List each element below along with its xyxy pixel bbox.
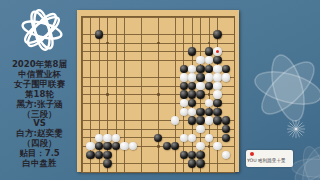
black-stone: [103, 151, 111, 159]
black-stone: [222, 125, 230, 133]
black-stone: [180, 65, 188, 73]
black-stone: [196, 108, 204, 116]
black-stone: [213, 56, 221, 64]
black-stone: [196, 90, 204, 98]
white-stone: [180, 99, 188, 107]
black-stone: [188, 159, 196, 167]
white-stone: [188, 65, 196, 73]
watermark-text: YOU 哈利路亚十景: [247, 157, 289, 163]
white-stone: [86, 142, 94, 150]
black-stone: [205, 108, 213, 116]
black-stone: [154, 134, 162, 142]
black-stone: [213, 99, 221, 107]
go-board-grid[interactable]: [81, 16, 235, 173]
black-stone: [103, 159, 111, 167]
star-point: [106, 93, 109, 96]
black-stone: [213, 116, 221, 124]
go-board[interactable]: [77, 10, 239, 172]
black-stone: [205, 82, 213, 90]
star-point: [208, 42, 211, 45]
match-info: 2020年第8届 中信置业杯 女子围甲联赛 第18轮 黑方:张子涵 （三段） V…: [0, 60, 79, 169]
black-stone: [112, 142, 120, 150]
white-stone: [205, 56, 213, 64]
white-stone: [129, 142, 137, 150]
white-stone: [213, 47, 221, 55]
white-stone: [112, 134, 120, 142]
black-stone: [188, 82, 196, 90]
last-move-marker: [216, 50, 219, 53]
red-dot-logo-icon: [250, 152, 254, 156]
black-stone: [188, 151, 196, 159]
white-stone: [180, 108, 188, 116]
black-stone: [180, 90, 188, 98]
star-point: [157, 42, 160, 45]
white-stone: [196, 142, 204, 150]
info-panel: 2020年第8届 中信置业杯 女子围甲联赛 第18轮 黑方:张子涵 （三段） V…: [0, 0, 78, 180]
star-point: [157, 93, 160, 96]
black-stone: [163, 142, 171, 150]
black-stone: [196, 73, 204, 81]
black-stone: [222, 65, 230, 73]
black-stone: [188, 90, 196, 98]
black-stone: [188, 99, 196, 107]
black-stone: [213, 30, 221, 38]
white-stone: [188, 108, 196, 116]
black-stone: [188, 116, 196, 124]
white-stone: [103, 134, 111, 142]
black-stone: [103, 142, 111, 150]
white-stone: [213, 65, 221, 73]
black-stone: [196, 151, 204, 159]
star-point: [106, 42, 109, 45]
black-stone: [205, 65, 213, 73]
white-stone: [213, 90, 221, 98]
white-stone: [196, 82, 204, 90]
white-stone: [171, 116, 179, 124]
white-stone: [213, 82, 221, 90]
black-stone: [95, 151, 103, 159]
white-stone: [120, 142, 128, 150]
black-stone: [222, 134, 230, 142]
black-stone: [95, 142, 103, 150]
video-frame: 2020年第8届 中信置业杯 女子围甲联赛 第18轮 黑方:张子涵 （三段） V…: [0, 0, 320, 180]
white-stone: [205, 73, 213, 81]
white-stone: [95, 134, 103, 142]
star-point: [208, 93, 211, 96]
black-stone: [213, 108, 221, 116]
black-stone: [171, 142, 179, 150]
black-stone: [188, 47, 196, 55]
black-stone: [196, 65, 204, 73]
white-stone: [205, 134, 213, 142]
white-stone: [213, 142, 221, 150]
white-stone: [205, 99, 213, 107]
white-stone: [188, 134, 196, 142]
black-stone: [180, 151, 188, 159]
channel-watermark-badge: YOU 哈利路亚十景: [246, 150, 293, 167]
white-stone: [180, 73, 188, 81]
white-stone: [205, 116, 213, 124]
black-stone: [205, 47, 213, 55]
white-stone: [213, 73, 221, 81]
flower-logo-icon: [10, 0, 72, 60]
black-stone: [95, 30, 103, 38]
white-stone: [180, 134, 188, 142]
result-line: 白中盘胜: [0, 159, 79, 169]
black-stone: [196, 159, 204, 167]
white-stone: [196, 125, 204, 133]
starburst-watermark: [287, 120, 305, 138]
white-stone: [222, 151, 230, 159]
black-stone: [222, 116, 230, 124]
white-stone: [188, 73, 196, 81]
black-stone: [196, 116, 204, 124]
black-stone: [86, 151, 94, 159]
star-point: [157, 145, 160, 148]
white-stone: [196, 56, 204, 64]
star-point: [208, 145, 211, 148]
black-stone: [180, 82, 188, 90]
white-stone: [222, 73, 230, 81]
